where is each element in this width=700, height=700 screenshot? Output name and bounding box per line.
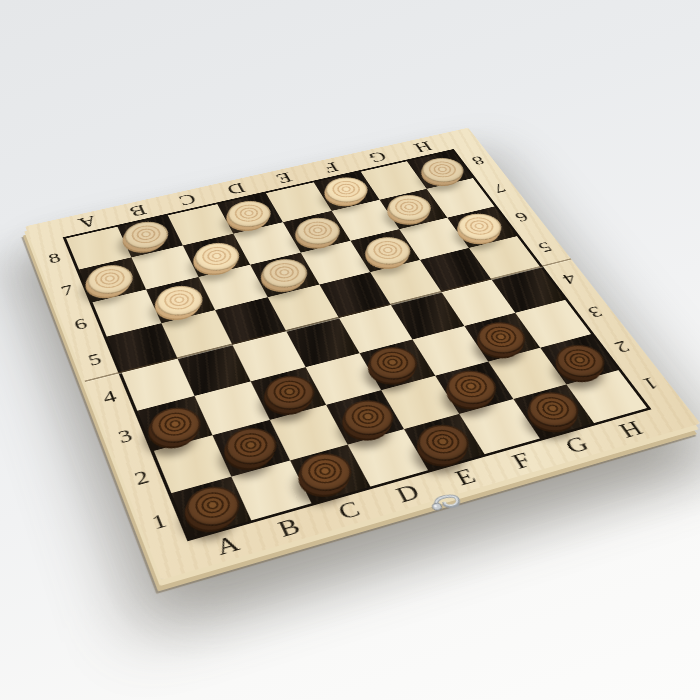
board-scene: ABCDEFGH ABCDEFGH 87654321 87654321 (79, 58, 599, 578)
checkers-board: ABCDEFGH ABCDEFGH 87654321 87654321 (25, 128, 700, 580)
